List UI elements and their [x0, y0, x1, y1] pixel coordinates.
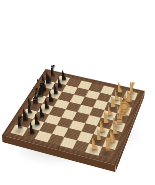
chess-set-product-photo: ♜♟♟♜♞♟♟♞♝♟♟♝♚♟♟♚♛♟♟♛♝♟♟♝♞♟♟♞♜♟♟♜ — [0, 0, 155, 185]
perspective-scene: ♜♟♟♜♞♟♟♞♝♟♟♝♚♟♟♚♛♟♟♛♝♟♟♝♞♟♟♞♜♟♟♜ — [0, 0, 155, 185]
folding-chess-set: ♜♟♟♜♞♟♟♞♝♟♟♝♚♟♟♚♛♟♟♛♝♟♟♝♞♟♟♞♜♟♟♜ — [2, 69, 145, 165]
